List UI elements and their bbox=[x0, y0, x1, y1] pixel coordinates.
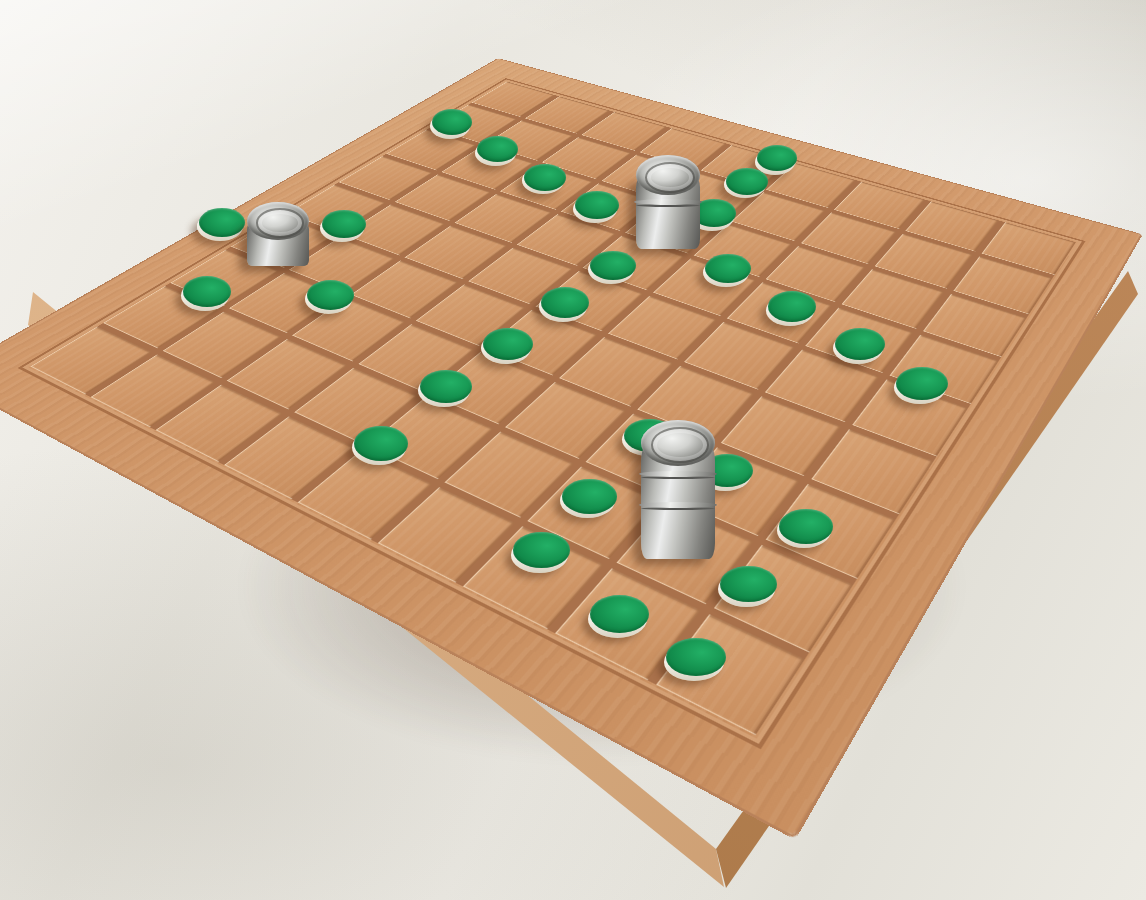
green-disc-r4c1[interactable] bbox=[432, 109, 472, 135]
green-disc-r4c7[interactable] bbox=[768, 291, 816, 322]
disc-green-felt-top bbox=[590, 595, 649, 633]
tower-top-ring bbox=[256, 208, 305, 238]
green-disc-r5c5[interactable] bbox=[590, 251, 636, 280]
tower-top-face bbox=[641, 420, 715, 466]
disc-green-felt-top bbox=[183, 276, 231, 307]
green-disc-r4c8[interactable] bbox=[835, 328, 885, 360]
disc-green-felt-top bbox=[199, 208, 245, 237]
tower-top-ring bbox=[645, 162, 695, 193]
disc-green-felt-top bbox=[432, 109, 472, 135]
tower-top-ring bbox=[651, 427, 708, 462]
green-disc-r8c7[interactable] bbox=[513, 532, 570, 568]
green-disc-r4c2[interactable] bbox=[477, 136, 518, 162]
green-disc-r8c5[interactable] bbox=[420, 370, 472, 403]
green-disc-r6c9[interactable] bbox=[779, 509, 833, 544]
steel-tower-h1-r6c2[interactable] bbox=[247, 202, 309, 266]
green-disc-r4c3[interactable] bbox=[524, 164, 566, 191]
green-disc-r4c9[interactable] bbox=[896, 367, 948, 400]
disc-green-felt-top bbox=[666, 638, 726, 676]
green-disc-r6c5[interactable] bbox=[541, 287, 589, 318]
green-disc-r7c2[interactable] bbox=[183, 276, 231, 307]
photo-stage bbox=[0, 0, 1146, 900]
disc-green-felt-top bbox=[720, 566, 777, 602]
pieces-layer bbox=[0, 0, 1146, 900]
disc-green-felt-top bbox=[590, 251, 636, 280]
tower-top-face bbox=[247, 202, 309, 240]
green-disc-r6c1[interactable] bbox=[199, 208, 245, 237]
green-disc-r7c7[interactable] bbox=[562, 479, 617, 514]
disc-green-felt-top bbox=[835, 328, 885, 360]
disc-green-felt-top bbox=[705, 254, 751, 283]
green-disc-r8c8[interactable] bbox=[590, 595, 649, 633]
green-disc-r9c5[interactable] bbox=[354, 426, 408, 461]
disc-green-felt-top bbox=[483, 328, 533, 360]
disc-green-felt-top bbox=[562, 479, 617, 514]
disc-green-felt-top bbox=[354, 426, 408, 461]
green-disc-r5c2[interactable] bbox=[322, 210, 366, 238]
tower-top-face bbox=[636, 155, 700, 195]
disc-green-felt-top bbox=[307, 280, 354, 310]
disc-green-felt-top bbox=[322, 210, 366, 238]
green-disc-r6c3[interactable] bbox=[307, 280, 354, 310]
disc-green-felt-top bbox=[477, 136, 518, 162]
disc-green-felt-top bbox=[726, 168, 768, 195]
steel-tower-h3-r7c8[interactable] bbox=[641, 420, 715, 559]
disc-green-felt-top bbox=[779, 509, 833, 544]
green-disc-r7c5[interactable] bbox=[483, 328, 533, 360]
green-disc-r7c9[interactable] bbox=[720, 566, 777, 602]
disc-green-felt-top bbox=[524, 164, 566, 191]
disc-green-felt-top bbox=[420, 370, 472, 403]
steel-tower-h2-r4c5[interactable] bbox=[636, 155, 700, 249]
disc-green-felt-top bbox=[541, 287, 589, 318]
green-disc-r8c9[interactable] bbox=[666, 638, 726, 676]
green-disc-r4c4[interactable] bbox=[575, 191, 619, 219]
disc-green-felt-top bbox=[513, 532, 570, 568]
disc-green-felt-top bbox=[896, 367, 948, 400]
green-disc-r2c5[interactable] bbox=[726, 168, 768, 195]
disc-green-felt-top bbox=[768, 291, 816, 322]
disc-green-felt-top bbox=[575, 191, 619, 219]
green-disc-r4c6[interactable] bbox=[705, 254, 751, 283]
